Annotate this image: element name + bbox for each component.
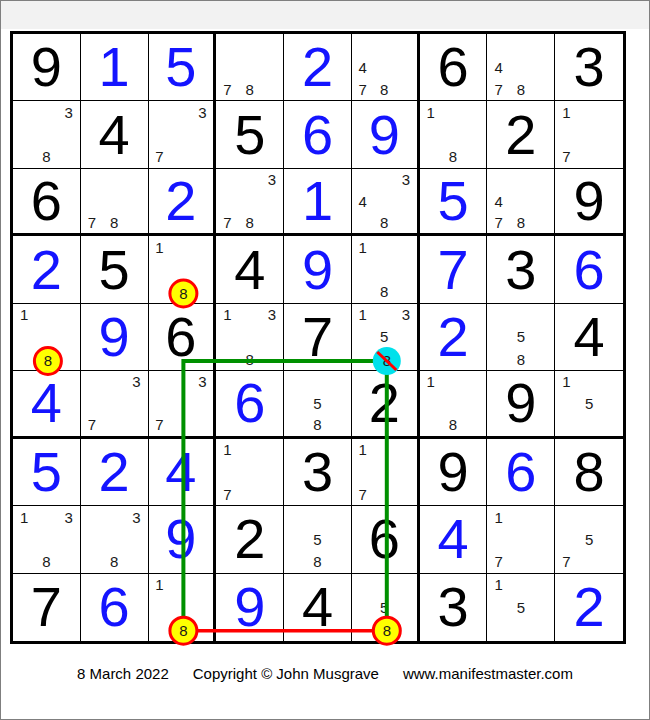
candidate-1: 1 xyxy=(555,371,578,392)
cell-r1c3[interactable]: 5 xyxy=(149,34,217,101)
footer-date: 8 March 2022 xyxy=(77,665,169,682)
cell-r6c2[interactable]: 37 xyxy=(81,371,149,438)
candidate-8: 8 xyxy=(170,619,192,641)
cell-r6c5[interactable]: 58 xyxy=(284,371,352,438)
candidate-7: 7 xyxy=(352,483,374,505)
candidate-8: 8 xyxy=(510,78,532,100)
footer-copyright: Copyright © John Musgrave xyxy=(193,665,379,682)
cell-r9c8[interactable]: 15 xyxy=(487,574,555,641)
candidate-7: 7 xyxy=(216,212,238,233)
solved-digit: 6 xyxy=(99,579,130,635)
cell-r2c5[interactable]: 6 xyxy=(284,101,352,168)
cell-r1c4[interactable]: 78 xyxy=(216,34,284,101)
cell-r8c3[interactable]: 9 xyxy=(149,506,217,573)
cell-r5c1[interactable]: 18 xyxy=(13,304,81,371)
solved-digit: 2 xyxy=(165,173,196,229)
cell-r8c8[interactable]: 17 xyxy=(487,506,555,573)
cell-r6c9[interactable]: 15 xyxy=(555,371,623,438)
candidate-1: 1 xyxy=(487,574,509,596)
candidate-5: 5 xyxy=(510,596,532,618)
cell-r2c7[interactable]: 18 xyxy=(420,101,488,168)
candidate-7: 7 xyxy=(487,212,509,233)
candidate-8: 8 xyxy=(35,146,57,168)
cell-r2c8[interactable]: 2 xyxy=(487,101,555,168)
cell-r3c3[interactable]: 2 xyxy=(149,169,217,236)
given-digit: 6 xyxy=(165,309,196,365)
candidate-8: 8 xyxy=(442,146,464,168)
cell-r7c7[interactable]: 9 xyxy=(420,439,488,506)
given-digit: 7 xyxy=(302,309,333,365)
given-digit: 9 xyxy=(437,444,468,500)
cell-r1c1[interactable]: 9 xyxy=(13,34,81,101)
candidate-4: 4 xyxy=(487,190,509,211)
cell-r4c8[interactable]: 3 xyxy=(487,236,555,303)
candidate-8: 8 xyxy=(35,348,57,370)
candidate-1: 1 xyxy=(352,236,374,258)
candidate-3: 3 xyxy=(395,304,417,326)
cell-r4c2[interactable]: 5 xyxy=(81,236,149,303)
given-digit: 2 xyxy=(369,375,400,431)
cell-r7c2[interactable]: 2 xyxy=(81,439,149,506)
given-digit: 8 xyxy=(574,444,605,500)
cell-r6c3[interactable]: 37 xyxy=(149,371,217,438)
cell-r3c4[interactable]: 378 xyxy=(216,169,284,236)
cell-r7c8[interactable]: 6 xyxy=(487,439,555,506)
given-digit: 3 xyxy=(505,242,536,298)
solved-digit: 9 xyxy=(369,107,400,163)
given-digit: 7 xyxy=(31,579,62,635)
candidate-7: 7 xyxy=(487,550,509,572)
candidate-5: 5 xyxy=(578,528,601,550)
cell-r8c9[interactable]: 57 xyxy=(555,506,623,573)
cell-r3c2[interactable]: 78 xyxy=(81,169,149,236)
candidate-5: 5 xyxy=(510,326,532,348)
candidate-8: 8 xyxy=(103,550,125,572)
cell-r3c7[interactable]: 5 xyxy=(420,169,488,236)
cell-r2c3[interactable]: 37 xyxy=(149,101,217,168)
candidate-1: 1 xyxy=(352,439,374,461)
cell-r2c6[interactable]: 9 xyxy=(352,101,420,168)
top-margin-band xyxy=(1,1,649,29)
cell-r9c6[interactable]: 58 xyxy=(352,574,420,641)
cell-r8c4[interactable]: 2 xyxy=(216,506,284,573)
candidate-1: 1 xyxy=(13,506,35,528)
cell-r2c4[interactable]: 5 xyxy=(216,101,284,168)
candidate-3: 3 xyxy=(261,169,283,190)
sudoku-board: 9157824786478338437569182176782378134854… xyxy=(10,31,626,644)
candidate-7: 7 xyxy=(555,146,578,168)
given-digit: 6 xyxy=(31,173,62,229)
candidate-8: 8 xyxy=(373,619,395,641)
candidate-7: 7 xyxy=(81,212,103,233)
cell-r8c7[interactable]: 4 xyxy=(420,506,488,573)
cell-r5c3[interactable]: 6 xyxy=(149,304,217,371)
given-digit: 9 xyxy=(574,173,605,229)
cell-r1c7[interactable]: 6 xyxy=(420,34,488,101)
candidate-5: 5 xyxy=(306,528,328,550)
candidate-7: 7 xyxy=(149,146,171,168)
given-digit: 4 xyxy=(234,242,265,298)
cell-r9c2[interactable]: 6 xyxy=(81,574,149,641)
cell-r5c6[interactable]: 1358 xyxy=(352,304,420,371)
given-digit: 4 xyxy=(99,107,130,163)
cell-r5c2[interactable]: 9 xyxy=(81,304,149,371)
candidate-8: 8 xyxy=(239,348,261,370)
candidate-7: 7 xyxy=(216,78,238,100)
candidate-5: 5 xyxy=(373,596,395,618)
candidate-8: 8 xyxy=(35,550,57,572)
puzzle-page: 9157824786478338437569182176782378134854… xyxy=(0,0,650,720)
cell-r3c8[interactable]: 478 xyxy=(487,169,555,236)
candidate-8: 8 xyxy=(373,348,395,370)
candidate-3: 3 xyxy=(192,101,214,123)
solved-digit: 5 xyxy=(437,173,468,229)
cell-r5c7[interactable]: 2 xyxy=(420,304,488,371)
candidate-5: 5 xyxy=(306,393,328,414)
given-digit: 4 xyxy=(574,309,605,365)
solved-digit: 1 xyxy=(302,173,333,229)
cell-r4c9[interactable]: 6 xyxy=(555,236,623,303)
given-digit: 3 xyxy=(302,444,333,500)
solved-digit: 2 xyxy=(99,444,130,500)
candidate-5: 5 xyxy=(578,393,601,414)
candidate-8: 8 xyxy=(373,281,395,303)
footer-caption: 8 March 2022Copyright © John Musgravewww… xyxy=(1,665,649,682)
candidate-8: 8 xyxy=(373,212,395,233)
candidate-3: 3 xyxy=(58,101,80,123)
cell-r4c6[interactable]: 18 xyxy=(352,236,420,303)
candidate-5: 5 xyxy=(373,326,395,348)
given-digit: 5 xyxy=(234,107,265,163)
solved-digit: 1 xyxy=(99,39,130,95)
given-digit: 4 xyxy=(302,579,333,635)
cell-r4c3[interactable]: 18 xyxy=(149,236,217,303)
solved-digit: 9 xyxy=(99,309,130,365)
candidate-3: 3 xyxy=(261,304,283,326)
solved-digit: 4 xyxy=(437,511,468,567)
solved-digit: 2 xyxy=(302,39,333,95)
candidate-3: 3 xyxy=(192,371,214,392)
candidate-7: 7 xyxy=(352,78,374,100)
candidate-7: 7 xyxy=(216,483,238,505)
candidate-8: 8 xyxy=(239,78,261,100)
cell-r6c1[interactable]: 4 xyxy=(13,371,81,438)
solved-digit: 4 xyxy=(31,375,62,431)
cell-r1c9[interactable]: 3 xyxy=(555,34,623,101)
cell-r9c5[interactable]: 4 xyxy=(284,574,352,641)
cell-r9c7[interactable]: 3 xyxy=(420,574,488,641)
candidate-1: 1 xyxy=(149,236,171,258)
cell-r6c7[interactable]: 18 xyxy=(420,371,488,438)
candidate-4: 4 xyxy=(487,56,509,78)
candidate-1: 1 xyxy=(216,439,238,461)
cell-r7c6[interactable]: 17 xyxy=(352,439,420,506)
cell-r4c1[interactable]: 2 xyxy=(13,236,81,303)
solved-digit: 7 xyxy=(437,242,468,298)
cell-r5c9[interactable]: 4 xyxy=(555,304,623,371)
footer-website: www.manifestmaster.com xyxy=(403,665,573,682)
cell-r3c1[interactable]: 6 xyxy=(13,169,81,236)
cell-r8c6[interactable]: 6 xyxy=(352,506,420,573)
given-digit: 6 xyxy=(437,39,468,95)
given-digit: 3 xyxy=(437,579,468,635)
candidate-3: 3 xyxy=(125,506,147,528)
cell-r7c1[interactable]: 5 xyxy=(13,439,81,506)
solved-digit: 2 xyxy=(31,242,62,298)
cell-r2c2[interactable]: 4 xyxy=(81,101,149,168)
cell-r8c2[interactable]: 38 xyxy=(81,506,149,573)
cell-r5c4[interactable]: 138 xyxy=(216,304,284,371)
candidate-8: 8 xyxy=(306,414,328,435)
cell-r7c5[interactable]: 3 xyxy=(284,439,352,506)
given-digit: 9 xyxy=(505,375,536,431)
solved-digit: 2 xyxy=(574,579,605,635)
candidate-3: 3 xyxy=(125,371,147,392)
cell-r4c5[interactable]: 9 xyxy=(284,236,352,303)
candidate-8: 8 xyxy=(373,78,395,100)
solved-digit: 4 xyxy=(165,444,196,500)
given-digit: 2 xyxy=(234,511,265,567)
cell-r7c9[interactable]: 8 xyxy=(555,439,623,506)
cell-r7c4[interactable]: 17 xyxy=(216,439,284,506)
given-digit: 5 xyxy=(99,242,130,298)
candidate-8: 8 xyxy=(306,550,328,572)
candidate-7: 7 xyxy=(81,414,103,435)
given-digit: 9 xyxy=(31,39,62,95)
solved-digit: 2 xyxy=(437,309,468,365)
candidate-8: 8 xyxy=(170,281,192,303)
cell-r6c8[interactable]: 9 xyxy=(487,371,555,438)
cell-r9c9[interactable]: 2 xyxy=(555,574,623,641)
cell-r6c4[interactable]: 6 xyxy=(216,371,284,438)
candidate-1: 1 xyxy=(420,101,442,123)
cell-r6c6[interactable]: 2 xyxy=(352,371,420,438)
candidate-3: 3 xyxy=(395,169,417,190)
solved-digit: 6 xyxy=(234,375,265,431)
candidate-1: 1 xyxy=(487,506,509,528)
cell-r1c5[interactable]: 2 xyxy=(284,34,352,101)
cell-r4c4[interactable]: 4 xyxy=(216,236,284,303)
cell-r4c7[interactable]: 7 xyxy=(420,236,488,303)
cell-r9c4[interactable]: 9 xyxy=(216,574,284,641)
cell-r3c6[interactable]: 348 xyxy=(352,169,420,236)
cell-r1c6[interactable]: 478 xyxy=(352,34,420,101)
cell-r2c1[interactable]: 38 xyxy=(13,101,81,168)
candidate-4: 4 xyxy=(352,190,374,211)
solved-digit: 5 xyxy=(31,444,62,500)
candidate-3: 3 xyxy=(58,506,80,528)
candidate-1: 1 xyxy=(420,371,442,392)
candidate-8: 8 xyxy=(510,212,532,233)
given-digit: 2 xyxy=(505,107,536,163)
candidate-1: 1 xyxy=(352,304,374,326)
cell-r9c3[interactable]: 18 xyxy=(149,574,217,641)
solved-digit: 9 xyxy=(302,242,333,298)
candidate-1: 1 xyxy=(216,304,238,326)
given-digit: 6 xyxy=(369,511,400,567)
candidate-4: 4 xyxy=(352,56,374,78)
candidate-7: 7 xyxy=(555,550,578,572)
candidate-8: 8 xyxy=(442,414,464,435)
candidate-1: 1 xyxy=(555,101,578,123)
cell-r8c1[interactable]: 138 xyxy=(13,506,81,573)
candidate-8: 8 xyxy=(239,212,261,233)
candidate-8: 8 xyxy=(510,348,532,370)
solved-digit: 6 xyxy=(574,242,605,298)
solved-digit: 6 xyxy=(302,107,333,163)
candidate-7: 7 xyxy=(487,78,509,100)
solved-digit: 9 xyxy=(234,579,265,635)
given-digit: 3 xyxy=(574,39,605,95)
cell-r7c3[interactable]: 4 xyxy=(149,439,217,506)
solved-digit: 6 xyxy=(505,444,536,500)
candidate-7: 7 xyxy=(149,414,171,435)
cell-r2c9[interactable]: 17 xyxy=(555,101,623,168)
solved-digit: 5 xyxy=(165,39,196,95)
candidate-8: 8 xyxy=(103,212,125,233)
cell-r9c1[interactable]: 7 xyxy=(13,574,81,641)
cell-r1c2[interactable]: 1 xyxy=(81,34,149,101)
candidate-1: 1 xyxy=(13,304,35,326)
cell-r3c9[interactable]: 9 xyxy=(555,169,623,236)
solved-digit: 9 xyxy=(165,511,196,567)
cell-r5c8[interactable]: 58 xyxy=(487,304,555,371)
cell-r1c8[interactable]: 478 xyxy=(487,34,555,101)
cell-r3c5[interactable]: 1 xyxy=(284,169,352,236)
candidate-1: 1 xyxy=(149,574,171,596)
cell-r5c5[interactable]: 7 xyxy=(284,304,352,371)
cell-r8c5[interactable]: 58 xyxy=(284,506,352,573)
